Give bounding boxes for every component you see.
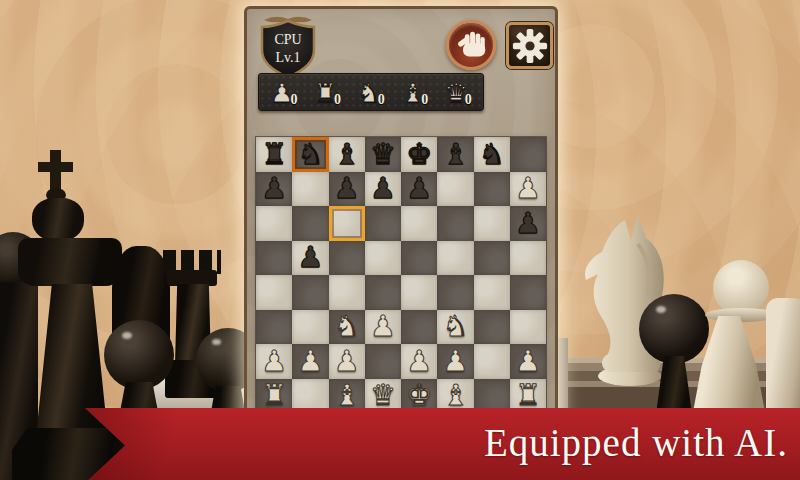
piece-white-queen[interactable]: ♛	[370, 381, 396, 410]
square-g3[interactable]	[474, 310, 510, 345]
square-a3[interactable]	[256, 310, 292, 345]
square-e4[interactable]	[401, 275, 437, 310]
promo-text: Equipped with AI.	[484, 420, 788, 465]
piece-white-pawn[interactable]: ♟	[515, 174, 541, 203]
square-b5[interactable]: ♟	[292, 241, 328, 276]
square-h8[interactable]	[510, 137, 546, 172]
square-h3[interactable]	[510, 310, 546, 345]
photo-black-pawn-right-head	[639, 294, 709, 364]
square-g5[interactable]	[474, 241, 510, 276]
square-c8[interactable]: ♝	[329, 137, 365, 172]
piece-white-pawn[interactable]: ♟	[515, 347, 541, 376]
square-f1[interactable]: ♝	[437, 379, 473, 414]
square-d2[interactable]	[365, 344, 401, 379]
photo-black-king-cross-bar	[38, 162, 73, 172]
tray-item-bishop: ♝0	[393, 76, 437, 108]
tray-item-pawn: ♟0	[262, 76, 306, 108]
photo-white-edge-piece	[766, 298, 800, 414]
square-a8[interactable]: ♜	[256, 137, 292, 172]
square-c5[interactable]	[329, 241, 365, 276]
square-b1[interactable]	[292, 379, 328, 414]
tray-item-queen: ♛0	[436, 76, 480, 108]
square-a1[interactable]: ♜	[256, 379, 292, 414]
photo-black-king-crown	[18, 238, 122, 286]
piece-white-pawn[interactable]: ♟	[442, 347, 468, 376]
square-d1[interactable]: ♛	[365, 379, 401, 414]
piece-white-bishop[interactable]: ♝	[442, 381, 468, 410]
square-f5[interactable]	[437, 241, 473, 276]
square-h1[interactable]: ♜	[510, 379, 546, 414]
piece-black-queen[interactable]: ♛	[370, 140, 396, 169]
badge-line2: Lv.1	[275, 50, 300, 65]
piece-black-bishop[interactable]: ♝	[442, 140, 468, 169]
piece-black-pawn[interactable]: ♟	[515, 209, 541, 238]
square-b4[interactable]	[292, 275, 328, 310]
tray-count-bishop: 0	[421, 92, 428, 108]
square-c2[interactable]: ♟	[329, 344, 365, 379]
square-f6[interactable]	[437, 206, 473, 241]
piece-white-pawn[interactable]: ♟	[261, 347, 287, 376]
piece-white-pawn[interactable]: ♟	[297, 347, 323, 376]
promo-ribbon: Equipped with AI.	[85, 408, 800, 480]
square-g6[interactable]	[474, 206, 510, 241]
square-c4[interactable]	[329, 275, 365, 310]
captured-pieces-tray: ♟0♜0♞0♝0♛0	[258, 73, 484, 111]
tray-count-rook: 0	[334, 92, 341, 108]
photo-black-king-collar	[32, 198, 84, 242]
square-b8-highlighted[interactable]: ♞	[292, 137, 328, 172]
piece-black-bishop[interactable]: ♝	[334, 140, 360, 169]
piece-white-knight[interactable]: ♞	[334, 312, 360, 341]
square-f7[interactable]	[437, 172, 473, 207]
square-b7[interactable]	[292, 172, 328, 207]
square-d8[interactable]: ♛	[365, 137, 401, 172]
tray-count-queen: 0	[465, 92, 472, 108]
specular-glint	[656, 306, 666, 313]
square-e2[interactable]: ♟	[401, 344, 437, 379]
square-e7[interactable]: ♟	[401, 172, 437, 207]
tray-count-knight: 0	[378, 92, 385, 108]
square-e1[interactable]: ♚	[401, 379, 437, 414]
square-d4[interactable]	[365, 275, 401, 310]
square-d5[interactable]	[365, 241, 401, 276]
screenshot-root: CPU Lv.1	[0, 0, 800, 480]
square-d6[interactable]	[365, 206, 401, 241]
piece-white-rook[interactable]: ♜	[261, 381, 287, 410]
square-g7[interactable]	[474, 172, 510, 207]
square-e3[interactable]	[401, 310, 437, 345]
square-f2[interactable]: ♟	[437, 344, 473, 379]
piece-white-knight[interactable]: ♞	[442, 312, 468, 341]
chess-board: ♜♞♝♛♚♝♞♟♟♟♟♟♟♟♞♟♞♟♟♟♟♟♟♜♝♛♚♝♜	[256, 137, 546, 413]
square-h6[interactable]: ♟	[510, 206, 546, 241]
specular-glint	[212, 339, 221, 345]
gear-icon	[511, 27, 549, 65]
square-c7[interactable]: ♟	[329, 172, 365, 207]
square-g1[interactable]	[474, 379, 510, 414]
square-b3[interactable]	[292, 310, 328, 345]
piece-black-pawn[interactable]: ♟	[370, 174, 396, 203]
piece-black-pawn[interactable]: ♟	[297, 243, 323, 272]
piece-white-rook[interactable]: ♜	[515, 381, 541, 410]
square-f8[interactable]: ♝	[437, 137, 473, 172]
piece-black-pawn[interactable]: ♟	[406, 174, 432, 203]
piece-white-bishop[interactable]: ♝	[334, 381, 360, 410]
square-e6[interactable]	[401, 206, 437, 241]
square-f4[interactable]	[437, 275, 473, 310]
piece-white-pawn[interactable]: ♟	[370, 312, 396, 341]
square-e8[interactable]: ♚	[401, 137, 437, 172]
square-b6[interactable]	[292, 206, 328, 241]
piece-white-pawn[interactable]: ♟	[334, 347, 360, 376]
cpu-level-badge: CPU Lv.1	[254, 14, 322, 76]
square-c1[interactable]: ♝	[329, 379, 365, 414]
square-g4[interactable]	[474, 275, 510, 310]
square-d7[interactable]: ♟	[365, 172, 401, 207]
square-h7[interactable]: ♟	[510, 172, 546, 207]
tray-item-rook: ♜0	[306, 76, 350, 108]
square-a7[interactable]: ♟	[256, 172, 292, 207]
piece-black-king[interactable]: ♚	[406, 140, 432, 169]
square-h2[interactable]: ♟	[510, 344, 546, 379]
square-c3[interactable]: ♞	[329, 310, 365, 345]
square-a4[interactable]	[256, 275, 292, 310]
photo-black-rook-collar	[167, 270, 217, 286]
square-d3[interactable]: ♟	[365, 310, 401, 345]
square-b2[interactable]: ♟	[292, 344, 328, 379]
piece-black-knight[interactable]: ♞	[297, 140, 323, 169]
square-e5[interactable]	[401, 241, 437, 276]
piece-white-pawn[interactable]: ♟	[406, 347, 432, 376]
square-a5[interactable]	[256, 241, 292, 276]
hand-icon	[455, 29, 487, 61]
square-a2[interactable]: ♟	[256, 344, 292, 379]
specular-glint	[122, 332, 132, 339]
settings-button[interactable]	[506, 22, 553, 69]
tray-item-knight: ♞0	[349, 76, 393, 108]
badge-line1: CPU	[274, 32, 301, 47]
stop-hand-button[interactable]	[446, 20, 496, 70]
piece-black-rook[interactable]: ♜	[261, 140, 287, 169]
square-h4[interactable]	[510, 275, 546, 310]
square-g2[interactable]	[474, 344, 510, 379]
square-a6[interactable]	[256, 206, 292, 241]
square-c6-highlighted[interactable]	[329, 206, 365, 241]
photo-black-pawn-head	[104, 320, 174, 390]
square-h5[interactable]	[510, 241, 546, 276]
square-g8[interactable]: ♞	[474, 137, 510, 172]
piece-black-knight[interactable]: ♞	[479, 140, 505, 169]
tray-count-pawn: 0	[290, 92, 297, 108]
piece-black-pawn[interactable]: ♟	[334, 174, 360, 203]
piece-black-pawn[interactable]: ♟	[261, 174, 287, 203]
piece-white-king[interactable]: ♚	[406, 381, 432, 410]
badge-shield	[262, 21, 314, 76]
square-f3[interactable]: ♞	[437, 310, 473, 345]
